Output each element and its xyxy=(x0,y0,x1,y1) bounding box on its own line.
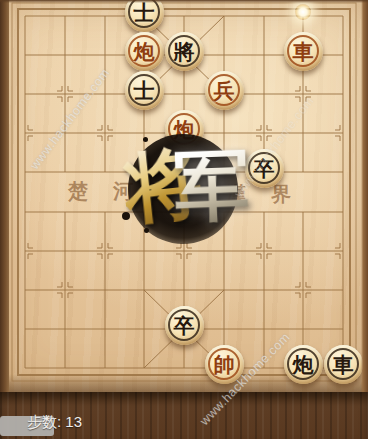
piece-character: 炮 xyxy=(174,119,195,140)
piece-character: 帥 xyxy=(214,354,235,375)
piece-character: 炮 xyxy=(293,354,314,375)
piece-character: 兵 xyxy=(214,80,235,101)
piece-character: 士 xyxy=(134,80,155,101)
board-frame-left xyxy=(0,0,9,392)
bottom-bar: 步数: 13 xyxy=(0,392,368,439)
piece-character: 士 xyxy=(134,2,155,23)
piece-black-soldier[interactable]: 卒 xyxy=(245,149,284,188)
board-frame-top xyxy=(0,0,368,3)
river-text-left: 楚 河 xyxy=(68,178,142,205)
piece-red-soldier[interactable]: 兵 xyxy=(205,71,244,110)
piece-black-cannon[interactable]: 炮 xyxy=(284,345,323,384)
step-counter: 步数: 13 xyxy=(27,413,82,432)
piece-character: 卒 xyxy=(174,315,195,336)
piece-black-chariot[interactable]: 車 xyxy=(324,345,363,384)
piece-black-advisor[interactable]: 士 xyxy=(125,0,164,32)
piece-character: 卒 xyxy=(254,158,275,179)
piece-black-general[interactable]: 將 xyxy=(165,32,204,71)
piece-black-soldier[interactable]: 卒 xyxy=(165,306,204,345)
piece-red-cannon[interactable]: 炮 xyxy=(165,110,204,149)
piece-character: 將 xyxy=(174,41,195,62)
piece-character: 車 xyxy=(333,354,354,375)
step-counter-value: 13 xyxy=(65,413,82,430)
last-move-origin-marker xyxy=(295,4,311,20)
piece-red-cannon[interactable]: 炮 xyxy=(125,32,164,71)
game-screen: 楚 河 漢 界 士炮將車士兵炮卒卒帥炮車 将 军 www.hackhome.co… xyxy=(0,0,368,439)
piece-red-general[interactable]: 帥 xyxy=(205,345,244,384)
piece-red-chariot[interactable]: 車 xyxy=(284,32,323,71)
step-counter-label: 步数: xyxy=(27,413,61,430)
piece-character: 車 xyxy=(293,41,314,62)
piece-character: 炮 xyxy=(134,41,155,62)
board-frame-right xyxy=(361,0,368,392)
xiangqi-board[interactable]: 楚 河 漢 界 士炮將車士兵炮卒卒帥炮車 将 军 xyxy=(0,0,368,392)
piece-black-advisor[interactable]: 士 xyxy=(125,71,164,110)
